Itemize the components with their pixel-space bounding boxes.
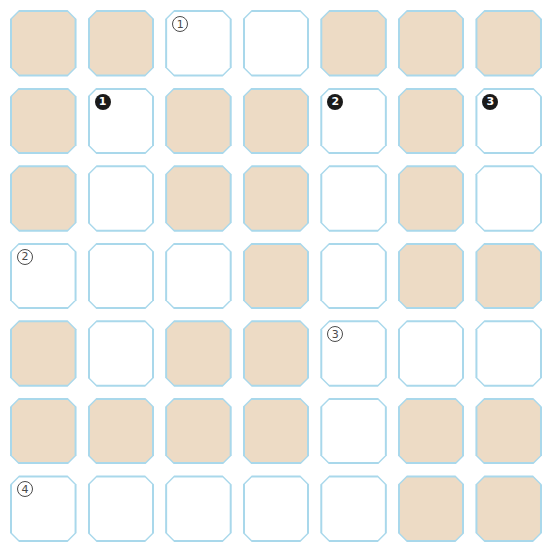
- cell-r3c5-open[interactable]: [320, 165, 387, 232]
- blocked-cell-fill: [400, 477, 463, 540]
- cell-r1c5-blocked: [320, 10, 387, 77]
- blocked-cell-fill: [245, 245, 308, 308]
- cell-r1c6-blocked: [398, 10, 465, 77]
- cell-r5c2-open[interactable]: [88, 320, 155, 387]
- cell-r2c5-open[interactable]: 2: [320, 88, 387, 155]
- cell-r7c4-open[interactable]: [243, 475, 310, 542]
- cell-r3c7-open[interactable]: [475, 165, 542, 232]
- blocked-cell-fill: [400, 245, 463, 308]
- crossword-board: 1123234: [0, 0, 552, 552]
- open-cell-fill: [90, 477, 153, 540]
- blocked-cell-fill: [477, 245, 540, 308]
- open-cell-fill: [322, 167, 385, 230]
- blocked-cell-fill: [400, 90, 463, 153]
- blocked-cell-fill: [400, 12, 463, 75]
- cell-r2c3-blocked: [165, 88, 232, 155]
- cell-r4c7-blocked: [475, 243, 542, 310]
- down-clue-marker-1: 1: [95, 94, 111, 110]
- blocked-cell-fill: [12, 400, 75, 463]
- cell-r6c4-blocked: [243, 398, 310, 465]
- open-cell-fill: [477, 322, 540, 385]
- cell-r7c7-blocked: [475, 475, 542, 542]
- open-cell-fill: [477, 167, 540, 230]
- open-cell-fill: [245, 12, 308, 75]
- blocked-cell-fill: [477, 12, 540, 75]
- down-clue-marker-3: 3: [482, 94, 498, 110]
- blocked-cell-fill: [245, 322, 308, 385]
- cell-r2c6-blocked: [398, 88, 465, 155]
- cell-r1c3-open[interactable]: 1: [165, 10, 232, 77]
- open-cell-fill: [167, 477, 230, 540]
- cell-r2c4-blocked: [243, 88, 310, 155]
- open-cell-fill: [90, 322, 153, 385]
- blocked-cell-fill: [167, 400, 230, 463]
- blocked-cell-fill: [245, 90, 308, 153]
- cell-r3c4-blocked: [243, 165, 310, 232]
- cell-r4c6-blocked: [398, 243, 465, 310]
- blocked-cell-fill: [322, 12, 385, 75]
- cell-r5c7-open[interactable]: [475, 320, 542, 387]
- cell-r7c2-open[interactable]: [88, 475, 155, 542]
- blocked-cell-fill: [12, 167, 75, 230]
- open-cell-fill: [322, 400, 385, 463]
- cell-r5c3-blocked: [165, 320, 232, 387]
- cell-r2c2-open[interactable]: 1: [88, 88, 155, 155]
- cell-r1c7-blocked: [475, 10, 542, 77]
- blocked-cell-fill: [12, 12, 75, 75]
- open-cell-fill: [167, 245, 230, 308]
- blocked-cell-fill: [245, 400, 308, 463]
- cell-r4c3-open[interactable]: [165, 243, 232, 310]
- down-clue-marker-2: 2: [327, 94, 343, 110]
- blocked-cell-fill: [477, 400, 540, 463]
- cell-r5c6-open[interactable]: [398, 320, 465, 387]
- cell-r7c5-open[interactable]: [320, 475, 387, 542]
- cell-r7c1-open[interactable]: 4: [10, 475, 77, 542]
- blocked-cell-fill: [12, 90, 75, 153]
- open-cell-fill: [322, 245, 385, 308]
- cell-r4c5-open[interactable]: [320, 243, 387, 310]
- open-cell-fill: [90, 245, 153, 308]
- blocked-cell-fill: [245, 167, 308, 230]
- cell-r2c1-blocked: [10, 88, 77, 155]
- cell-r4c4-blocked: [243, 243, 310, 310]
- cell-r4c1-open[interactable]: 2: [10, 243, 77, 310]
- blocked-cell-fill: [167, 90, 230, 153]
- cell-r4c2-open[interactable]: [88, 243, 155, 310]
- cell-r6c2-blocked: [88, 398, 155, 465]
- blocked-cell-fill: [167, 167, 230, 230]
- blocked-cell-fill: [90, 400, 153, 463]
- open-cell-fill: [245, 477, 308, 540]
- cell-r1c4-open[interactable]: [243, 10, 310, 77]
- blocked-cell-fill: [477, 477, 540, 540]
- cell-r6c7-blocked: [475, 398, 542, 465]
- cell-r6c5-open[interactable]: [320, 398, 387, 465]
- blocked-cell-fill: [400, 400, 463, 463]
- cell-r3c2-open[interactable]: [88, 165, 155, 232]
- cell-r7c6-blocked: [398, 475, 465, 542]
- cell-r6c3-blocked: [165, 398, 232, 465]
- cell-r7c3-open[interactable]: [165, 475, 232, 542]
- cell-r6c6-blocked: [398, 398, 465, 465]
- blocked-cell-fill: [400, 167, 463, 230]
- cell-r5c4-blocked: [243, 320, 310, 387]
- cell-r6c1-blocked: [10, 398, 77, 465]
- blocked-cell-fill: [167, 322, 230, 385]
- cell-r5c1-blocked: [10, 320, 77, 387]
- cell-r1c1-blocked: [10, 10, 77, 77]
- cell-r2c7-open[interactable]: 3: [475, 88, 542, 155]
- open-cell-fill: [322, 477, 385, 540]
- cell-r1c2-blocked: [88, 10, 155, 77]
- cell-r3c1-blocked: [10, 165, 77, 232]
- open-cell-fill: [400, 322, 463, 385]
- blocked-cell-fill: [12, 322, 75, 385]
- cell-r5c5-open[interactable]: 3: [320, 320, 387, 387]
- cell-r3c3-blocked: [165, 165, 232, 232]
- blocked-cell-fill: [90, 12, 153, 75]
- across-clue-marker-2: 2: [17, 249, 33, 265]
- cell-r3c6-blocked: [398, 165, 465, 232]
- open-cell-fill: [90, 167, 153, 230]
